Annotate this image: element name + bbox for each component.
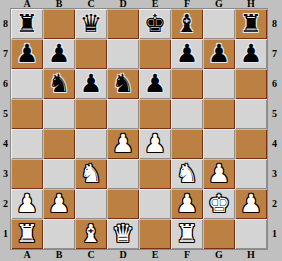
square-g7[interactable]: ♟ <box>203 39 235 69</box>
square-d4[interactable]: ♟ <box>107 129 139 159</box>
square-a5[interactable] <box>11 99 43 129</box>
piece-black-pawn: ♟ <box>144 70 166 98</box>
piece-black-bishop: ♝ <box>176 10 198 38</box>
square-g8[interactable] <box>203 9 235 39</box>
file-label: E <box>139 249 171 261</box>
file-label: H <box>235 249 267 261</box>
chess-app-window: ABCDEFGH 87654321 87654321 ABCDEFGH ♜♛♚♝… <box>0 0 282 261</box>
square-d7[interactable] <box>107 39 139 69</box>
square-a6[interactable] <box>11 69 43 99</box>
square-c7[interactable] <box>75 39 107 69</box>
file-label: F <box>171 249 203 261</box>
piece-white-pawn: ♟ <box>208 160 230 188</box>
piece-white-knight: ♞ <box>80 160 102 188</box>
square-d2[interactable] <box>107 189 139 219</box>
rank-label: 2 <box>267 189 282 219</box>
piece-white-rook: ♜ <box>16 220 38 248</box>
piece-black-pawn: ♟ <box>48 40 70 68</box>
square-g4[interactable] <box>203 129 235 159</box>
rank-label: 8 <box>267 9 282 39</box>
square-c4[interactable] <box>75 129 107 159</box>
file-labels-bottom: ABCDEFGH <box>11 249 267 261</box>
piece-black-pawn: ♟ <box>176 40 198 68</box>
piece-white-queen: ♛ <box>112 220 134 248</box>
piece-black-rook: ♜ <box>240 10 262 38</box>
square-f8[interactable]: ♝ <box>171 9 203 39</box>
piece-black-knight: ♞ <box>48 70 70 98</box>
square-f3[interactable]: ♞ <box>171 159 203 189</box>
file-label: G <box>203 249 235 261</box>
piece-black-pawn: ♟ <box>240 40 262 68</box>
square-e5[interactable] <box>139 99 171 129</box>
square-h6[interactable] <box>235 69 267 99</box>
piece-white-bishop: ♝ <box>80 220 102 248</box>
piece-black-pawn: ♟ <box>208 40 230 68</box>
square-e4[interactable]: ♟ <box>139 129 171 159</box>
square-g6[interactable] <box>203 69 235 99</box>
rank-label: 7 <box>267 39 282 69</box>
square-f6[interactable] <box>171 69 203 99</box>
square-h3[interactable] <box>235 159 267 189</box>
rank-label: 4 <box>267 129 282 159</box>
file-label: D <box>107 249 139 261</box>
square-c6[interactable]: ♟ <box>75 69 107 99</box>
square-e1[interactable] <box>139 219 171 249</box>
piece-black-pawn: ♟ <box>80 70 102 98</box>
square-b1[interactable] <box>43 219 75 249</box>
square-c2[interactable] <box>75 189 107 219</box>
square-h2[interactable]: ♟ <box>235 189 267 219</box>
square-f5[interactable] <box>171 99 203 129</box>
square-b3[interactable] <box>43 159 75 189</box>
square-c1[interactable]: ♝ <box>75 219 107 249</box>
piece-white-rook: ♜ <box>176 220 198 248</box>
square-b7[interactable]: ♟ <box>43 39 75 69</box>
square-a4[interactable] <box>11 129 43 159</box>
piece-black-queen: ♛ <box>80 10 102 38</box>
piece-white-pawn: ♟ <box>144 130 166 158</box>
piece-white-knight: ♞ <box>176 160 198 188</box>
square-g2[interactable]: ♚ <box>203 189 235 219</box>
square-c5[interactable] <box>75 99 107 129</box>
square-d1[interactable]: ♛ <box>107 219 139 249</box>
square-f7[interactable]: ♟ <box>171 39 203 69</box>
piece-white-pawn: ♟ <box>48 190 70 218</box>
square-d3[interactable] <box>107 159 139 189</box>
square-h7[interactable]: ♟ <box>235 39 267 69</box>
square-h1[interactable] <box>235 219 267 249</box>
square-d8[interactable] <box>107 9 139 39</box>
rank-label: 1 <box>267 219 282 249</box>
square-f4[interactable] <box>171 129 203 159</box>
chess-board: ♜♛♚♝♜♟♟♟♟♟♞♟♞♟♟♟♞♞♟♟♟♟♚♟♜♝♛♜ <box>11 9 267 249</box>
square-h4[interactable] <box>235 129 267 159</box>
rank-label: 6 <box>267 69 282 99</box>
square-e2[interactable] <box>139 189 171 219</box>
rank-label: 5 <box>267 99 282 129</box>
piece-black-rook: ♜ <box>16 10 38 38</box>
file-label: A <box>11 249 43 261</box>
piece-black-pawn: ♟ <box>16 40 38 68</box>
piece-black-knight: ♞ <box>112 70 134 98</box>
square-g1[interactable] <box>203 219 235 249</box>
square-a3[interactable] <box>11 159 43 189</box>
square-c3[interactable]: ♞ <box>75 159 107 189</box>
square-b8[interactable] <box>43 9 75 39</box>
square-e8[interactable]: ♚ <box>139 9 171 39</box>
square-e7[interactable] <box>139 39 171 69</box>
square-h8[interactable]: ♜ <box>235 9 267 39</box>
square-f1[interactable]: ♜ <box>171 219 203 249</box>
piece-black-king: ♚ <box>144 10 166 38</box>
square-e3[interactable] <box>139 159 171 189</box>
square-a7[interactable]: ♟ <box>11 39 43 69</box>
square-b2[interactable]: ♟ <box>43 189 75 219</box>
file-label: B <box>43 249 75 261</box>
square-b6[interactable]: ♞ <box>43 69 75 99</box>
rank-label: 3 <box>267 159 282 189</box>
file-label: C <box>75 249 107 261</box>
piece-white-king: ♚ <box>208 190 230 218</box>
piece-white-pawn: ♟ <box>112 130 134 158</box>
square-e6[interactable]: ♟ <box>139 69 171 99</box>
square-g3[interactable]: ♟ <box>203 159 235 189</box>
square-d5[interactable] <box>107 99 139 129</box>
square-f2[interactable]: ♟ <box>171 189 203 219</box>
square-g5[interactable] <box>203 99 235 129</box>
square-a1[interactable]: ♜ <box>11 219 43 249</box>
piece-white-pawn: ♟ <box>240 190 262 218</box>
square-h5[interactable] <box>235 99 267 129</box>
square-d6[interactable]: ♞ <box>107 69 139 99</box>
square-a8[interactable]: ♜ <box>11 9 43 39</box>
piece-white-pawn: ♟ <box>176 190 198 218</box>
square-c8[interactable]: ♛ <box>75 9 107 39</box>
piece-white-pawn: ♟ <box>16 190 38 218</box>
square-b4[interactable] <box>43 129 75 159</box>
square-a2[interactable]: ♟ <box>11 189 43 219</box>
square-b5[interactable] <box>43 99 75 129</box>
rank-labels-right: 87654321 <box>267 9 282 249</box>
